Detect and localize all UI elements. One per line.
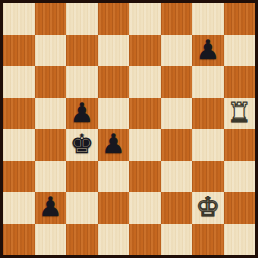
square-a8[interactable] (3, 3, 35, 35)
square-d5[interactable] (98, 98, 130, 130)
board-frame: ♟♟♜♚♟♟♚ (0, 0, 258, 258)
square-f4[interactable] (161, 129, 193, 161)
square-g6[interactable] (192, 66, 224, 98)
square-g7[interactable]: ♟ (192, 35, 224, 67)
square-c5[interactable]: ♟ (66, 98, 98, 130)
square-f1[interactable] (161, 224, 193, 256)
square-c7[interactable] (66, 35, 98, 67)
square-b2[interactable]: ♟ (35, 192, 67, 224)
square-b6[interactable] (35, 66, 67, 98)
piece-black-pawn[interactable]: ♟ (101, 130, 125, 157)
square-h1[interactable] (224, 224, 256, 256)
chess-board: ♟♟♜♚♟♟♚ (3, 3, 255, 255)
square-b5[interactable] (35, 98, 67, 130)
piece-black-pawn[interactable]: ♟ (196, 36, 220, 63)
square-d2[interactable] (98, 192, 130, 224)
square-a6[interactable] (3, 66, 35, 98)
square-d8[interactable] (98, 3, 130, 35)
square-c6[interactable] (66, 66, 98, 98)
square-c2[interactable] (66, 192, 98, 224)
piece-black-king[interactable]: ♚ (70, 130, 94, 157)
square-g1[interactable] (192, 224, 224, 256)
square-c8[interactable] (66, 3, 98, 35)
square-h3[interactable] (224, 161, 256, 193)
square-h2[interactable] (224, 192, 256, 224)
square-a2[interactable] (3, 192, 35, 224)
square-b7[interactable] (35, 35, 67, 67)
square-a4[interactable] (3, 129, 35, 161)
square-a7[interactable] (3, 35, 35, 67)
square-e3[interactable] (129, 161, 161, 193)
square-e6[interactable] (129, 66, 161, 98)
square-g3[interactable] (192, 161, 224, 193)
square-d4[interactable]: ♟ (98, 129, 130, 161)
square-g8[interactable] (192, 3, 224, 35)
square-h4[interactable] (224, 129, 256, 161)
square-h7[interactable] (224, 35, 256, 67)
square-f7[interactable] (161, 35, 193, 67)
square-f6[interactable] (161, 66, 193, 98)
square-f2[interactable] (161, 192, 193, 224)
square-g4[interactable] (192, 129, 224, 161)
square-a1[interactable] (3, 224, 35, 256)
square-h6[interactable] (224, 66, 256, 98)
square-c3[interactable] (66, 161, 98, 193)
piece-white-king[interactable]: ♚ (196, 193, 220, 220)
square-a3[interactable] (3, 161, 35, 193)
square-h8[interactable] (224, 3, 256, 35)
piece-white-rook[interactable]: ♜ (227, 99, 251, 126)
square-d6[interactable] (98, 66, 130, 98)
square-f8[interactable] (161, 3, 193, 35)
square-e5[interactable] (129, 98, 161, 130)
square-d7[interactable] (98, 35, 130, 67)
square-f5[interactable] (161, 98, 193, 130)
square-g2[interactable]: ♚ (192, 192, 224, 224)
square-c1[interactable] (66, 224, 98, 256)
square-b8[interactable] (35, 3, 67, 35)
square-b1[interactable] (35, 224, 67, 256)
square-b3[interactable] (35, 161, 67, 193)
square-f3[interactable] (161, 161, 193, 193)
piece-black-pawn[interactable]: ♟ (38, 193, 62, 220)
square-b4[interactable] (35, 129, 67, 161)
square-a5[interactable] (3, 98, 35, 130)
square-c4[interactable]: ♚ (66, 129, 98, 161)
piece-black-pawn[interactable]: ♟ (70, 99, 94, 126)
square-e7[interactable] (129, 35, 161, 67)
square-e8[interactable] (129, 3, 161, 35)
square-e1[interactable] (129, 224, 161, 256)
square-h5[interactable]: ♜ (224, 98, 256, 130)
square-g5[interactable] (192, 98, 224, 130)
square-d3[interactable] (98, 161, 130, 193)
square-e2[interactable] (129, 192, 161, 224)
square-e4[interactable] (129, 129, 161, 161)
square-d1[interactable] (98, 224, 130, 256)
